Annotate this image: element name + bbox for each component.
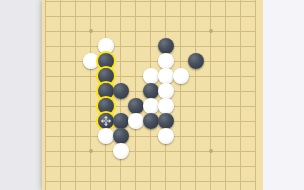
- white-stone: [158, 53, 174, 69]
- black-stone: [113, 113, 129, 129]
- white-stone: [158, 83, 174, 99]
- grid-line: [45, 16, 256, 17]
- black-stone: [98, 68, 114, 84]
- black-stone: [98, 113, 114, 129]
- white-stone: [158, 68, 174, 84]
- grid-line: [45, 61, 256, 62]
- black-stone: [158, 38, 174, 54]
- white-stone: [128, 113, 144, 129]
- black-stone: [128, 98, 144, 114]
- black-stone: [98, 98, 114, 114]
- star-point: [209, 29, 213, 33]
- star-point: [89, 149, 93, 153]
- black-stone: [188, 53, 204, 69]
- white-stone: [173, 68, 189, 84]
- gomoku-board[interactable]: [42, 0, 263, 190]
- grid-line: [255, 0, 256, 190]
- black-stone: [113, 83, 129, 99]
- black-stone: [143, 113, 159, 129]
- grid-line: [180, 0, 181, 190]
- black-stone: [113, 128, 129, 144]
- black-stone: [98, 83, 114, 99]
- grid-line: [45, 151, 256, 152]
- star-point: [89, 29, 93, 33]
- black-stone: [98, 53, 114, 69]
- grid-line: [225, 0, 226, 190]
- grid-line: [45, 166, 256, 167]
- white-stone: [113, 143, 129, 159]
- grid-line: [240, 0, 241, 190]
- white-stone: [98, 128, 114, 144]
- grid-line: [60, 0, 61, 190]
- white-stone: [158, 128, 174, 144]
- grid-line: [45, 181, 256, 182]
- grid-line: [75, 0, 76, 190]
- left-gutter: [0, 0, 42, 190]
- grid-line: [195, 0, 196, 190]
- white-stone: [158, 98, 174, 114]
- right-gutter: [263, 0, 304, 190]
- move-cursor-icon: [100, 115, 112, 127]
- grid-line: [45, 1, 256, 2]
- grid-line: [45, 31, 256, 32]
- grid-line: [45, 0, 46, 190]
- white-stone: [143, 68, 159, 84]
- white-stone: [83, 53, 99, 69]
- white-stone: [143, 98, 159, 114]
- app-frame: [0, 0, 304, 190]
- white-stone: [98, 38, 114, 54]
- star-point: [209, 149, 213, 153]
- black-stone: [143, 83, 159, 99]
- black-stone: [158, 113, 174, 129]
- grid-line: [135, 0, 136, 190]
- grid-line: [45, 136, 256, 137]
- grid-line: [45, 46, 256, 47]
